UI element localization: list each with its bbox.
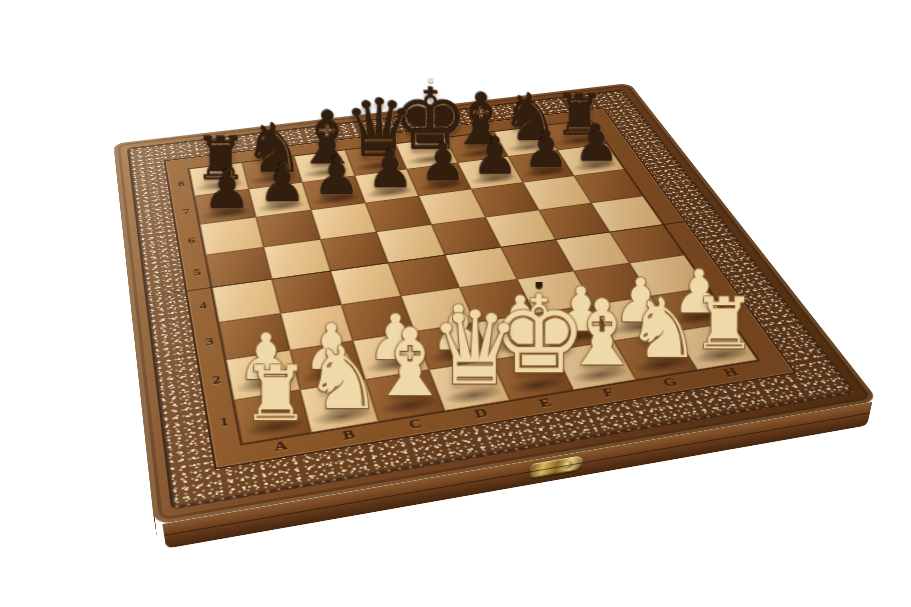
chessboard: ABCDEFGH 87654321 ♜♞♝♛♚♝♞♜♟♟♟♟♟♟♟♟♟♟♟♟♟♟… bbox=[114, 83, 879, 525]
piece-white-rook-a1[interactable]: ♜ bbox=[192, 356, 358, 432]
black-king-finial bbox=[428, 71, 433, 83]
brass-clasp-icon[interactable] bbox=[530, 455, 584, 479]
product-photo: ABCDEFGH 87654321 ♜♞♝♛♚♝♞♜♟♟♟♟♟♟♟♟♟♟♟♟♟♟… bbox=[0, 0, 911, 607]
white-king-finial bbox=[536, 274, 543, 289]
